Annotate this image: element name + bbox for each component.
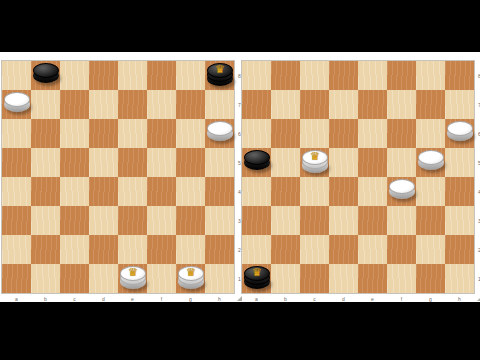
rank-labels-right: 87654321 (476, 61, 480, 293)
square-g1[interactable] (416, 264, 445, 293)
file-label: b (31, 295, 60, 302)
square-h4[interactable] (445, 177, 474, 206)
square-a2[interactable] (2, 235, 31, 264)
square-d5[interactable] (329, 148, 358, 177)
square-g4[interactable] (176, 177, 205, 206)
square-b4[interactable] (31, 177, 60, 206)
square-f5[interactable] (387, 148, 416, 177)
square-h3[interactable] (445, 206, 474, 235)
square-b7[interactable] (271, 90, 300, 119)
piece-top-face: ♛ (207, 63, 233, 78)
square-e3[interactable] (358, 206, 387, 235)
square-g2[interactable] (416, 235, 445, 264)
square-b2[interactable] (31, 235, 60, 264)
square-d1[interactable] (89, 264, 118, 293)
file-label: b (271, 295, 300, 302)
square-c1[interactable] (300, 264, 329, 293)
square-f2[interactable] (387, 235, 416, 264)
square-d1[interactable] (329, 264, 358, 293)
crown-icon: ♛ (252, 267, 262, 278)
video-frame: ♛♛♛ 87654321 abcdefgh ♛♛ 87654321 abcdef… (0, 0, 480, 360)
square-e2[interactable] (358, 235, 387, 264)
square-h4[interactable] (205, 177, 234, 206)
square-f3[interactable] (387, 206, 416, 235)
square-a5[interactable] (2, 148, 31, 177)
square-c3[interactable] (60, 206, 89, 235)
file-label: g (416, 295, 445, 302)
rank-label: 7 (476, 90, 480, 119)
square-f1[interactable] (387, 264, 416, 293)
square-c4[interactable] (300, 177, 329, 206)
square-f7[interactable] (387, 90, 416, 119)
file-label: h (445, 295, 474, 302)
file-label: c (60, 295, 89, 302)
file-label: d (329, 295, 358, 302)
square-a8[interactable] (242, 61, 271, 90)
square-b7[interactable] (31, 90, 60, 119)
square-b3[interactable] (271, 206, 300, 235)
square-c4[interactable] (60, 177, 89, 206)
square-h1[interactable] (445, 264, 474, 293)
square-e1[interactable] (358, 264, 387, 293)
rank-label: 1 (476, 264, 480, 293)
square-a7[interactable] (242, 90, 271, 119)
square-f8[interactable] (147, 61, 176, 90)
square-a6[interactable] (242, 119, 271, 148)
piece-top-face (33, 63, 59, 78)
square-c7[interactable] (60, 90, 89, 119)
square-e7[interactable] (358, 90, 387, 119)
piece-top-face (207, 121, 233, 136)
rank-label: 5 (476, 148, 480, 177)
square-e6[interactable] (358, 119, 387, 148)
square-e5[interactable] (118, 148, 147, 177)
square-g6[interactable] (176, 119, 205, 148)
file-label: a (2, 295, 31, 302)
square-b6[interactable] (271, 119, 300, 148)
piece-black-man-b8[interactable] (33, 63, 59, 88)
square-d4[interactable] (89, 177, 118, 206)
square-h1[interactable] (205, 264, 234, 293)
square-f8[interactable] (387, 61, 416, 90)
square-a3[interactable] (242, 206, 271, 235)
square-c2[interactable] (60, 235, 89, 264)
crown-icon: ♛ (310, 151, 320, 162)
piece-top-face: ♛ (302, 150, 328, 165)
file-label: a (242, 295, 271, 302)
square-h2[interactable] (205, 235, 234, 264)
square-a4[interactable] (2, 177, 31, 206)
rank-label: 8 (476, 61, 480, 90)
piece-top-face: ♛ (120, 266, 146, 281)
square-b2[interactable] (271, 235, 300, 264)
square-f6[interactable] (147, 119, 176, 148)
letterbox-top (0, 0, 480, 52)
square-h7[interactable] (445, 90, 474, 119)
square-d8[interactable] (329, 61, 358, 90)
page-background: ♛♛♛ 87654321 abcdefgh ♛♛ 87654321 abcdef… (0, 52, 480, 302)
piece-top-face (244, 150, 270, 165)
square-h7[interactable] (205, 90, 234, 119)
square-g8[interactable] (416, 61, 445, 90)
piece-white-king-g1[interactable]: ♛ (178, 266, 204, 291)
square-e3[interactable] (118, 206, 147, 235)
square-g5[interactable] (176, 148, 205, 177)
square-b1[interactable] (31, 264, 60, 293)
file-label: f (387, 295, 416, 302)
square-a6[interactable] (2, 119, 31, 148)
square-b5[interactable] (31, 148, 60, 177)
square-g3[interactable] (176, 206, 205, 235)
piece-top-face (418, 150, 444, 165)
square-g7[interactable] (416, 90, 445, 119)
rank-label: 2 (476, 235, 480, 264)
letterbox-bottom (0, 302, 480, 360)
square-g6[interactable] (416, 119, 445, 148)
piece-white-king-c5[interactable]: ♛ (302, 150, 328, 175)
square-e7[interactable] (118, 90, 147, 119)
square-d8[interactable] (89, 61, 118, 90)
square-d7[interactable] (329, 90, 358, 119)
file-label: g (176, 295, 205, 302)
piece-top-face (389, 179, 415, 194)
square-d6[interactable] (89, 119, 118, 148)
square-a1[interactable] (2, 264, 31, 293)
square-f7[interactable] (147, 90, 176, 119)
square-h8[interactable] (445, 61, 474, 90)
rank-label: 6 (476, 119, 480, 148)
piece-white-man-g5[interactable] (418, 150, 444, 175)
piece-top-face (447, 121, 473, 136)
square-b3[interactable] (31, 206, 60, 235)
square-d6[interactable] (329, 119, 358, 148)
square-f3[interactable] (147, 206, 176, 235)
piece-black-king-a1[interactable]: ♛ (244, 266, 270, 291)
square-b4[interactable] (271, 177, 300, 206)
square-f2[interactable] (147, 235, 176, 264)
square-e6[interactable] (118, 119, 147, 148)
square-f6[interactable] (387, 119, 416, 148)
file-labels-right: abcdefgh (242, 295, 474, 302)
square-c7[interactable] (300, 90, 329, 119)
square-e8[interactable] (358, 61, 387, 90)
piece-white-man-h6[interactable] (447, 121, 473, 146)
square-d3[interactable] (89, 206, 118, 235)
square-g8[interactable] (176, 61, 205, 90)
square-e4[interactable] (118, 177, 147, 206)
square-b5[interactable] (271, 148, 300, 177)
board-grid-left: ♛♛♛ (1, 60, 235, 294)
piece-top-face: ♛ (244, 266, 270, 281)
file-label: e (358, 295, 387, 302)
board-left: ♛♛♛ 87654321 abcdefgh (1, 60, 243, 302)
square-g3[interactable] (416, 206, 445, 235)
crown-icon: ♛ (215, 64, 225, 75)
file-labels-left: abcdefgh (2, 295, 234, 302)
square-g4[interactable] (416, 177, 445, 206)
square-c8[interactable] (60, 61, 89, 90)
rank-label: 4 (476, 177, 480, 206)
square-c8[interactable] (300, 61, 329, 90)
square-f4[interactable] (147, 177, 176, 206)
square-a2[interactable] (242, 235, 271, 264)
square-b8[interactable] (271, 61, 300, 90)
board-grid-right: ♛♛ (241, 60, 475, 294)
square-h5[interactable] (205, 148, 234, 177)
square-d5[interactable] (89, 148, 118, 177)
square-e8[interactable] (118, 61, 147, 90)
square-b1[interactable] (271, 264, 300, 293)
piece-black-man-a5[interactable] (244, 150, 270, 175)
square-d2[interactable] (89, 235, 118, 264)
square-h5[interactable] (445, 148, 474, 177)
square-c3[interactable] (300, 206, 329, 235)
rank-label: 3 (476, 206, 480, 235)
square-h3[interactable] (205, 206, 234, 235)
square-d4[interactable] (329, 177, 358, 206)
crown-icon: ♛ (128, 267, 138, 278)
square-c2[interactable] (300, 235, 329, 264)
square-g2[interactable] (176, 235, 205, 264)
piece-white-man-h6[interactable] (207, 121, 233, 146)
piece-white-man-f4[interactable] (389, 179, 415, 204)
file-label: h (205, 295, 234, 302)
square-b6[interactable] (31, 119, 60, 148)
board-right: ♛♛ 87654321 abcdefgh (241, 60, 480, 302)
square-a4[interactable] (242, 177, 271, 206)
piece-white-man-a7[interactable] (4, 92, 30, 117)
file-label: e (118, 295, 147, 302)
square-a8[interactable] (2, 61, 31, 90)
square-c1[interactable] (60, 264, 89, 293)
piece-top-face (4, 92, 30, 107)
piece-black-king-h8[interactable]: ♛ (207, 63, 233, 88)
square-f5[interactable] (147, 148, 176, 177)
file-label: f (147, 295, 176, 302)
square-h2[interactable] (445, 235, 474, 264)
file-label: d (89, 295, 118, 302)
square-e5[interactable] (358, 148, 387, 177)
piece-white-king-e1[interactable]: ♛ (120, 266, 146, 291)
square-c6[interactable] (300, 119, 329, 148)
square-e2[interactable] (118, 235, 147, 264)
square-d7[interactable] (89, 90, 118, 119)
square-c6[interactable] (60, 119, 89, 148)
square-d3[interactable] (329, 206, 358, 235)
square-f1[interactable] (147, 264, 176, 293)
square-g7[interactable] (176, 90, 205, 119)
square-d2[interactable] (329, 235, 358, 264)
file-label: c (300, 295, 329, 302)
piece-top-face: ♛ (178, 266, 204, 281)
square-a3[interactable] (2, 206, 31, 235)
square-c5[interactable] (60, 148, 89, 177)
square-e4[interactable] (358, 177, 387, 206)
crown-icon: ♛ (186, 267, 196, 278)
